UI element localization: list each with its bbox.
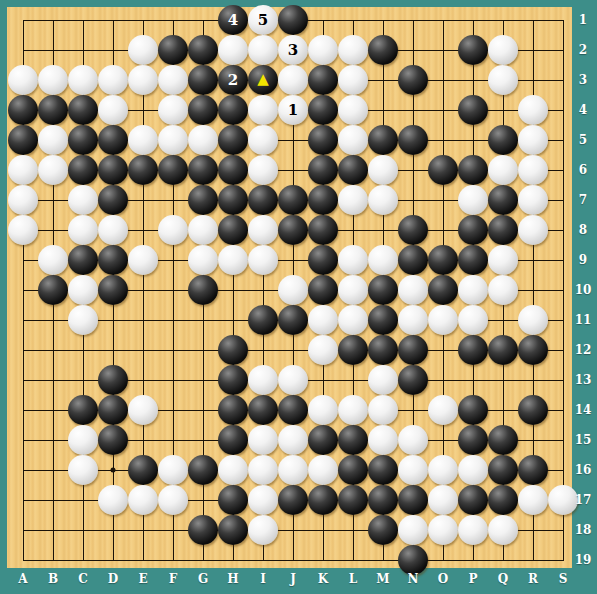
- stone-black-D10[interactable]: [98, 275, 128, 305]
- stone-white-P11[interactable]: [458, 305, 488, 335]
- stone-black-D14[interactable]: [98, 395, 128, 425]
- stone-white-K2[interactable]: [308, 35, 338, 65]
- stone-white-K12[interactable]: [308, 335, 338, 365]
- stone-white-J13[interactable]: [278, 365, 308, 395]
- stone-white-M9[interactable]: [368, 245, 398, 275]
- stone-white-F3[interactable]: [158, 65, 188, 95]
- stone-white-L14[interactable]: [338, 395, 368, 425]
- stone-white-K16[interactable]: [308, 455, 338, 485]
- stone-black-M18[interactable]: [368, 515, 398, 545]
- row-label-17: 17: [575, 493, 592, 507]
- stone-black-M2[interactable]: [368, 35, 398, 65]
- stone-black-H5[interactable]: [218, 125, 248, 155]
- stone-white-I8[interactable]: [248, 215, 278, 245]
- stone-white-R7[interactable]: [518, 185, 548, 215]
- stone-black-K4[interactable]: [308, 95, 338, 125]
- col-label-J: J: [290, 572, 296, 586]
- row-label-18: 18: [575, 523, 592, 537]
- stone-white-B3[interactable]: [38, 65, 68, 95]
- stone-black-I14[interactable]: [248, 395, 278, 425]
- stone-white-R6[interactable]: [518, 155, 548, 185]
- stone-white-M14[interactable]: [368, 395, 398, 425]
- stone-black-P4[interactable]: [458, 95, 488, 125]
- stone-black-N17[interactable]: [398, 485, 428, 515]
- stone-white-C3[interactable]: [68, 65, 98, 95]
- stone-black-P9[interactable]: [458, 245, 488, 275]
- stone-white-F17[interactable]: [158, 485, 188, 515]
- stone-black-E6[interactable]: [128, 155, 158, 185]
- stone-white-Q9[interactable]: [488, 245, 518, 275]
- stone-white-I2[interactable]: [248, 35, 278, 65]
- stone-black-P6[interactable]: [458, 155, 488, 185]
- stone-black-D6[interactable]: [98, 155, 128, 185]
- col-label-M: M: [376, 572, 389, 586]
- stone-black-L15[interactable]: [338, 425, 368, 455]
- stone-black-H14[interactable]: [218, 395, 248, 425]
- stone-black-J14[interactable]: [278, 395, 308, 425]
- stone-black-B4[interactable]: [38, 95, 68, 125]
- stone-black-M11[interactable]: [368, 305, 398, 335]
- row-label-10: 10: [575, 283, 592, 297]
- stone-white-I5[interactable]: [248, 125, 278, 155]
- stone-black-G3[interactable]: [188, 65, 218, 95]
- col-label-Q: Q: [498, 572, 508, 586]
- stone-black-H8[interactable]: [218, 215, 248, 245]
- star-point: [111, 468, 116, 473]
- stone-black-F2[interactable]: [158, 35, 188, 65]
- stone-black-Q16[interactable]: [488, 455, 518, 485]
- stone-white-M6[interactable]: [368, 155, 398, 185]
- stone-black-K15[interactable]: [308, 425, 338, 455]
- col-label-H: H: [227, 572, 238, 586]
- stone-black-D13[interactable]: [98, 365, 128, 395]
- stone-black-Q5[interactable]: [488, 125, 518, 155]
- stone-black-C6[interactable]: [68, 155, 98, 185]
- col-label-I: I: [260, 572, 266, 586]
- stone-black-Q7[interactable]: [488, 185, 518, 215]
- stone-white-C7[interactable]: [68, 185, 98, 215]
- stone-black-G2[interactable]: [188, 35, 218, 65]
- stone-white-D3[interactable]: [98, 65, 128, 95]
- row-label-8: 8: [579, 223, 587, 237]
- row-label-1: 1: [579, 13, 587, 27]
- stone-white-J15[interactable]: [278, 425, 308, 455]
- col-label-G: G: [198, 572, 208, 586]
- stone-black-K7[interactable]: [308, 185, 338, 215]
- stone-white-H2[interactable]: [218, 35, 248, 65]
- stone-white-B6[interactable]: [38, 155, 68, 185]
- stone-white-M15[interactable]: [368, 425, 398, 455]
- stone-black-J11[interactable]: [278, 305, 308, 335]
- move-number-label: 5: [258, 11, 268, 29]
- stone-black-Q15[interactable]: [488, 425, 518, 455]
- stone-white-E5[interactable]: [128, 125, 158, 155]
- stone-black-J8[interactable]: [278, 215, 308, 245]
- stone-black-H6[interactable]: [218, 155, 248, 185]
- stone-black-H1[interactable]: 4: [218, 5, 248, 35]
- stone-black-K10[interactable]: [308, 275, 338, 305]
- col-label-R: R: [528, 572, 538, 586]
- stone-white-L11[interactable]: [338, 305, 368, 335]
- stone-black-J7[interactable]: [278, 185, 308, 215]
- stone-white-I18[interactable]: [248, 515, 278, 545]
- stone-white-D17[interactable]: [98, 485, 128, 515]
- row-label-3: 3: [579, 73, 587, 87]
- stone-black-R14[interactable]: [518, 395, 548, 425]
- stone-black-K9[interactable]: [308, 245, 338, 275]
- stone-white-D4[interactable]: [98, 95, 128, 125]
- stone-black-O10[interactable]: [428, 275, 458, 305]
- stone-white-C10[interactable]: [68, 275, 98, 305]
- stone-black-M16[interactable]: [368, 455, 398, 485]
- stone-black-M5[interactable]: [368, 125, 398, 155]
- stone-white-L4[interactable]: [338, 95, 368, 125]
- stone-white-P18[interactable]: [458, 515, 488, 545]
- stone-black-I3[interactable]: ▲: [248, 65, 278, 95]
- stone-white-P10[interactable]: [458, 275, 488, 305]
- stone-white-B9[interactable]: [38, 245, 68, 275]
- col-label-P: P: [468, 572, 477, 586]
- stone-white-O16[interactable]: [428, 455, 458, 485]
- stone-black-L16[interactable]: [338, 455, 368, 485]
- row-label-14: 14: [575, 403, 592, 417]
- stone-white-N10[interactable]: [398, 275, 428, 305]
- stone-white-I9[interactable]: [248, 245, 278, 275]
- stone-black-K17[interactable]: [308, 485, 338, 515]
- stone-white-A6[interactable]: [8, 155, 38, 185]
- stone-black-M10[interactable]: [368, 275, 398, 305]
- col-label-S: S: [559, 572, 568, 586]
- stone-black-K8[interactable]: [308, 215, 338, 245]
- stone-white-P16[interactable]: [458, 455, 488, 485]
- col-label-L: L: [349, 572, 357, 586]
- stone-black-H17[interactable]: [218, 485, 248, 515]
- stone-white-C11[interactable]: [68, 305, 98, 335]
- stone-black-H3[interactable]: 2: [218, 65, 248, 95]
- stone-black-R16[interactable]: [518, 455, 548, 485]
- stone-white-K11[interactable]: [308, 305, 338, 335]
- stone-black-O6[interactable]: [428, 155, 458, 185]
- stone-white-H9[interactable]: [218, 245, 248, 275]
- stone-black-D9[interactable]: [98, 245, 128, 275]
- stone-white-A8[interactable]: [8, 215, 38, 245]
- stone-black-M17[interactable]: [368, 485, 398, 515]
- col-label-C: C: [78, 572, 88, 586]
- stone-black-G16[interactable]: [188, 455, 218, 485]
- stone-white-N18[interactable]: [398, 515, 428, 545]
- stone-black-P17[interactable]: [458, 485, 488, 515]
- stone-white-D8[interactable]: [98, 215, 128, 245]
- stone-white-Q2[interactable]: [488, 35, 518, 65]
- stone-white-K14[interactable]: [308, 395, 338, 425]
- stone-black-H18[interactable]: [218, 515, 248, 545]
- stone-black-I11[interactable]: [248, 305, 278, 335]
- row-label-7: 7: [579, 193, 587, 207]
- row-label-16: 16: [575, 463, 592, 477]
- stone-white-N11[interactable]: [398, 305, 428, 335]
- col-label-F: F: [169, 572, 178, 586]
- stone-black-H4[interactable]: [218, 95, 248, 125]
- stone-white-I6[interactable]: [248, 155, 278, 185]
- stone-black-C9[interactable]: [68, 245, 98, 275]
- stone-white-A3[interactable]: [8, 65, 38, 95]
- stone-white-A7[interactable]: [8, 185, 38, 215]
- stone-black-L17[interactable]: [338, 485, 368, 515]
- stone-white-Q3[interactable]: [488, 65, 518, 95]
- stone-black-N8[interactable]: [398, 215, 428, 245]
- stone-white-F4[interactable]: [158, 95, 188, 125]
- stone-black-G6[interactable]: [188, 155, 218, 185]
- stone-black-M12[interactable]: [368, 335, 398, 365]
- row-label-15: 15: [575, 433, 592, 447]
- stone-white-N15[interactable]: [398, 425, 428, 455]
- stone-black-Q17[interactable]: [488, 485, 518, 515]
- stone-white-B5[interactable]: [38, 125, 68, 155]
- stone-white-C16[interactable]: [68, 455, 98, 485]
- move-number-label: 3: [288, 41, 298, 59]
- stone-black-N12[interactable]: [398, 335, 428, 365]
- stone-white-G8[interactable]: [188, 215, 218, 245]
- go-board[interactable]: 4532▲1: [7, 7, 572, 568]
- stone-black-H12[interactable]: [218, 335, 248, 365]
- stone-black-E16[interactable]: [128, 455, 158, 485]
- stone-white-S17[interactable]: [548, 485, 578, 515]
- stone-white-L3[interactable]: [338, 65, 368, 95]
- stone-white-F16[interactable]: [158, 455, 188, 485]
- col-label-B: B: [48, 572, 58, 586]
- stone-black-Q8[interactable]: [488, 215, 518, 245]
- stone-black-A4[interactable]: [8, 95, 38, 125]
- stone-black-A5[interactable]: [8, 125, 38, 155]
- stone-white-E2[interactable]: [128, 35, 158, 65]
- col-label-N: N: [408, 572, 419, 586]
- stone-black-G18[interactable]: [188, 515, 218, 545]
- row-label-5: 5: [579, 133, 587, 147]
- stone-black-J17[interactable]: [278, 485, 308, 515]
- stone-white-N16[interactable]: [398, 455, 428, 485]
- triangle-marker: ▲: [248, 64, 278, 94]
- stone-black-H13[interactable]: [218, 365, 248, 395]
- stone-white-L10[interactable]: [338, 275, 368, 305]
- stone-black-H15[interactable]: [218, 425, 248, 455]
- stone-white-O14[interactable]: [428, 395, 458, 425]
- row-label-4: 4: [579, 103, 587, 117]
- stone-black-D5[interactable]: [98, 125, 128, 155]
- stone-black-D7[interactable]: [98, 185, 128, 215]
- stone-black-D15[interactable]: [98, 425, 128, 455]
- row-label-6: 6: [579, 163, 587, 177]
- stone-black-Q12[interactable]: [488, 335, 518, 365]
- stone-white-O17[interactable]: [428, 485, 458, 515]
- col-label-D: D: [108, 572, 118, 586]
- stone-black-N3[interactable]: [398, 65, 428, 95]
- stone-white-I17[interactable]: [248, 485, 278, 515]
- stone-white-J16[interactable]: [278, 455, 308, 485]
- stone-black-C5[interactable]: [68, 125, 98, 155]
- col-label-E: E: [138, 572, 147, 586]
- stone-black-K5[interactable]: [308, 125, 338, 155]
- stone-black-N19[interactable]: [398, 545, 428, 575]
- stone-white-Q10[interactable]: [488, 275, 518, 305]
- stone-white-M7[interactable]: [368, 185, 398, 215]
- stone-white-C8[interactable]: [68, 215, 98, 245]
- stone-white-R5[interactable]: [518, 125, 548, 155]
- stone-white-E9[interactable]: [128, 245, 158, 275]
- stone-black-G4[interactable]: [188, 95, 218, 125]
- stone-white-E14[interactable]: [128, 395, 158, 425]
- stone-white-I1[interactable]: 5: [248, 5, 278, 35]
- stone-white-E17[interactable]: [128, 485, 158, 515]
- stone-white-J4[interactable]: 1: [278, 95, 308, 125]
- stone-white-E3[interactable]: [128, 65, 158, 95]
- stone-black-L12[interactable]: [338, 335, 368, 365]
- stone-white-L9[interactable]: [338, 245, 368, 275]
- stone-white-L2[interactable]: [338, 35, 368, 65]
- move-number-label: 2: [228, 71, 238, 89]
- stone-black-G7[interactable]: [188, 185, 218, 215]
- stone-black-N13[interactable]: [398, 365, 428, 395]
- stone-white-I4[interactable]: [248, 95, 278, 125]
- stone-black-J1[interactable]: [278, 5, 308, 35]
- stone-white-R4[interactable]: [518, 95, 548, 125]
- stone-white-I13[interactable]: [248, 365, 278, 395]
- stone-white-G9[interactable]: [188, 245, 218, 275]
- stone-white-R11[interactable]: [518, 305, 548, 335]
- stone-black-I7[interactable]: [248, 185, 278, 215]
- stone-white-J3[interactable]: [278, 65, 308, 95]
- stone-white-R17[interactable]: [518, 485, 548, 515]
- stone-white-Q18[interactable]: [488, 515, 518, 545]
- stone-black-H7[interactable]: [218, 185, 248, 215]
- stone-black-L6[interactable]: [338, 155, 368, 185]
- go-board-frame: 4532▲1 ABCDEFGHIJKLMNOPQRS 1234567891011…: [0, 0, 597, 594]
- stone-black-K3[interactable]: [308, 65, 338, 95]
- stone-black-C14[interactable]: [68, 395, 98, 425]
- stone-white-H16[interactable]: [218, 455, 248, 485]
- move-number-label: 4: [228, 11, 238, 29]
- move-number-label: 1: [288, 101, 298, 119]
- col-label-K: K: [318, 572, 328, 586]
- stone-white-J10[interactable]: [278, 275, 308, 305]
- stone-black-O9[interactable]: [428, 245, 458, 275]
- stone-black-F6[interactable]: [158, 155, 188, 185]
- stone-white-F8[interactable]: [158, 215, 188, 245]
- stone-black-P12[interactable]: [458, 335, 488, 365]
- stone-black-N5[interactable]: [398, 125, 428, 155]
- stone-white-J2[interactable]: 3: [278, 35, 308, 65]
- stone-white-I16[interactable]: [248, 455, 278, 485]
- stone-white-Q6[interactable]: [488, 155, 518, 185]
- row-label-19: 19: [575, 553, 592, 567]
- stone-white-C15[interactable]: [68, 425, 98, 455]
- stone-white-F5[interactable]: [158, 125, 188, 155]
- stone-white-L5[interactable]: [338, 125, 368, 155]
- col-label-O: O: [438, 572, 448, 586]
- row-label-13: 13: [575, 373, 592, 387]
- stone-black-P8[interactable]: [458, 215, 488, 245]
- stone-black-K6[interactable]: [308, 155, 338, 185]
- stone-white-L7[interactable]: [338, 185, 368, 215]
- stone-black-C4[interactable]: [68, 95, 98, 125]
- stone-white-O18[interactable]: [428, 515, 458, 545]
- row-label-11: 11: [575, 313, 592, 327]
- stone-white-O11[interactable]: [428, 305, 458, 335]
- col-label-A: A: [18, 572, 27, 586]
- stone-white-G5[interactable]: [188, 125, 218, 155]
- stone-black-P2[interactable]: [458, 35, 488, 65]
- stone-white-P7[interactable]: [458, 185, 488, 215]
- stone-white-R8[interactable]: [518, 215, 548, 245]
- row-label-9: 9: [579, 253, 587, 267]
- stone-black-R12[interactable]: [518, 335, 548, 365]
- stone-white-M13[interactable]: [368, 365, 398, 395]
- stone-black-N9[interactable]: [398, 245, 428, 275]
- stone-black-P15[interactable]: [458, 425, 488, 455]
- row-label-2: 2: [579, 43, 587, 57]
- stone-black-B10[interactable]: [38, 275, 68, 305]
- row-label-12: 12: [575, 343, 592, 357]
- stone-white-I15[interactable]: [248, 425, 278, 455]
- stone-black-G10[interactable]: [188, 275, 218, 305]
- stone-black-P14[interactable]: [458, 395, 488, 425]
